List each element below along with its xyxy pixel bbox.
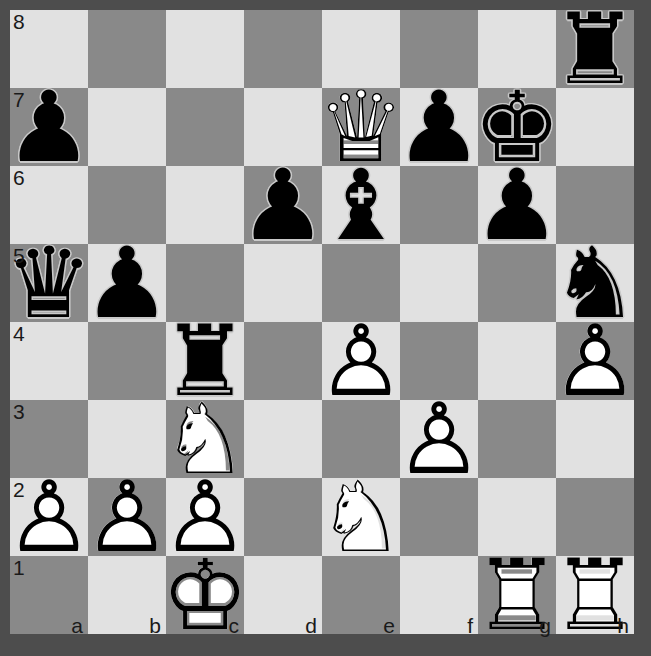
square-e7[interactable]: ♛♕ [322,88,400,166]
square-d8[interactable] [244,10,322,88]
piece-fill-glyph: ♞ [166,400,244,478]
square-d1[interactable]: d [244,556,322,634]
white-pawn-icon[interactable]: ♟♙ [556,322,634,400]
square-f4[interactable] [400,322,478,400]
black-pawn-icon[interactable]: ♟ [400,88,478,166]
white-pawn-icon[interactable]: ♟♙ [166,478,244,556]
square-g3[interactable] [478,400,556,478]
piece-fill-glyph: ♞ [322,478,400,556]
file-label-e: e [383,614,395,638]
square-f1[interactable]: f [400,556,478,634]
file-label-f: f [467,614,473,638]
white-pawn-icon[interactable]: ♟♙ [322,322,400,400]
square-f2[interactable] [400,478,478,556]
square-b4[interactable] [88,322,166,400]
piece-fill-glyph: ♞ [556,244,634,322]
piece-fill-glyph: ♚ [478,88,556,166]
square-e3[interactable] [322,400,400,478]
white-knight-icon[interactable]: ♞♘ [322,478,400,556]
black-king-icon[interactable]: ♚ [478,88,556,166]
square-g8[interactable] [478,10,556,88]
black-rook-icon[interactable]: ♜ [166,322,244,400]
rank-label-6: 6 [13,166,25,190]
rank-label-8: 8 [13,10,25,34]
square-e5[interactable] [322,244,400,322]
square-e4[interactable]: ♟♙ [322,322,400,400]
piece-outline-glyph: ♙ [400,400,478,478]
rank-label-4: 4 [13,322,25,346]
square-d6[interactable]: ♟ [244,166,322,244]
piece-outline-glyph: ♘ [322,478,400,556]
square-c4[interactable]: ♜ [166,322,244,400]
square-c5[interactable] [166,244,244,322]
white-queen-icon[interactable]: ♛♕ [322,88,400,166]
piece-outline-glyph: ♙ [556,322,634,400]
square-e2[interactable]: ♞♘ [322,478,400,556]
square-h8[interactable]: ♜ [556,10,634,88]
piece-outline-glyph: ♘ [166,400,244,478]
square-c7[interactable] [166,88,244,166]
square-d3[interactable] [244,400,322,478]
file-label-h: h [617,614,629,638]
file-label-d: d [305,614,317,638]
white-knight-icon[interactable]: ♞♘ [166,400,244,478]
piece-fill-glyph: ♟ [322,322,400,400]
square-b5[interactable]: ♟ [88,244,166,322]
square-e8[interactable] [322,10,400,88]
square-d4[interactable] [244,322,322,400]
piece-fill-glyph: ♟ [166,478,244,556]
square-h3[interactable] [556,400,634,478]
board-frame: 8♜7♟♛♕♟♚6♟♝♟5♛♟♞4♜♟♙♟♙3♞♘♟♙2♟♙♟♙♟♙♞♘1abc… [0,0,651,656]
square-c6[interactable] [166,166,244,244]
file-label-c: c [229,614,240,638]
white-pawn-icon[interactable]: ♟♙ [88,478,166,556]
piece-fill-glyph: ♟ [556,322,634,400]
rank-label-1: 1 [13,556,25,580]
square-c8[interactable] [166,10,244,88]
piece-fill-glyph: ♟ [88,478,166,556]
square-f8[interactable] [400,10,478,88]
square-g6[interactable]: ♟ [478,166,556,244]
square-h1[interactable]: h♜♖ [556,556,634,634]
square-c3[interactable]: ♞♘ [166,400,244,478]
square-h5[interactable]: ♞ [556,244,634,322]
white-pawn-icon[interactable]: ♟♙ [400,400,478,478]
chess-board: 8♜7♟♛♕♟♚6♟♝♟5♛♟♞4♜♟♙♟♙3♞♘♟♙2♟♙♟♙♟♙♞♘1abc… [10,10,634,634]
square-h6[interactable] [556,166,634,244]
file-label-b: b [149,614,161,638]
piece-fill-glyph: ♜ [556,10,634,88]
piece-fill-glyph: ♟ [88,244,166,322]
square-a2[interactable]: 2♟♙ [10,478,88,556]
square-f7[interactable]: ♟ [400,88,478,166]
square-a4[interactable]: 4 [10,322,88,400]
square-g7[interactable]: ♚ [478,88,556,166]
rank-label-5: 5 [13,244,25,268]
rank-label-7: 7 [13,88,25,112]
square-a6[interactable]: 6 [10,166,88,244]
square-a1[interactable]: 1a [10,556,88,634]
black-pawn-icon[interactable]: ♟ [88,244,166,322]
black-pawn-icon[interactable]: ♟ [244,166,322,244]
square-b8[interactable] [88,10,166,88]
piece-outline-glyph: ♕ [322,88,400,166]
square-f6[interactable] [400,166,478,244]
square-f3[interactable]: ♟♙ [400,400,478,478]
piece-fill-glyph: ♟ [244,166,322,244]
square-b1[interactable]: b [88,556,166,634]
square-h4[interactable]: ♟♙ [556,322,634,400]
square-b7[interactable] [88,88,166,166]
piece-fill-glyph: ♛ [322,88,400,166]
piece-fill-glyph: ♜ [166,322,244,400]
piece-outline-glyph: ♙ [88,478,166,556]
square-b3[interactable] [88,400,166,478]
square-e1[interactable]: e [322,556,400,634]
square-f5[interactable] [400,244,478,322]
square-g4[interactable] [478,322,556,400]
black-knight-icon[interactable]: ♞ [556,244,634,322]
square-g5[interactable] [478,244,556,322]
square-c1[interactable]: c♚♔ [166,556,244,634]
piece-fill-glyph: ♝ [322,166,400,244]
square-d7[interactable] [244,88,322,166]
square-b2[interactable]: ♟♙ [88,478,166,556]
square-g1[interactable]: g♜♖ [478,556,556,634]
rank-label-3: 3 [13,400,25,424]
black-rook-icon[interactable]: ♜ [556,10,634,88]
square-c2[interactable]: ♟♙ [166,478,244,556]
square-a3[interactable]: 3 [10,400,88,478]
square-h2[interactable] [556,478,634,556]
file-label-a: a [71,614,83,638]
square-d5[interactable] [244,244,322,322]
black-bishop-icon[interactable]: ♝ [322,166,400,244]
square-d2[interactable] [244,478,322,556]
piece-fill-glyph: ♟ [400,88,478,166]
square-b6[interactable] [88,166,166,244]
square-h7[interactable] [556,88,634,166]
piece-outline-glyph: ♙ [322,322,400,400]
square-a8[interactable]: 8 [10,10,88,88]
piece-outline-glyph: ♙ [166,478,244,556]
piece-fill-glyph: ♟ [400,400,478,478]
black-pawn-icon[interactable]: ♟ [478,166,556,244]
file-label-g: g [539,614,551,638]
square-g2[interactable] [478,478,556,556]
rank-label-2: 2 [13,478,25,502]
square-a5[interactable]: 5♛ [10,244,88,322]
piece-fill-glyph: ♟ [478,166,556,244]
square-a7[interactable]: 7♟ [10,88,88,166]
square-e6[interactable]: ♝ [322,166,400,244]
